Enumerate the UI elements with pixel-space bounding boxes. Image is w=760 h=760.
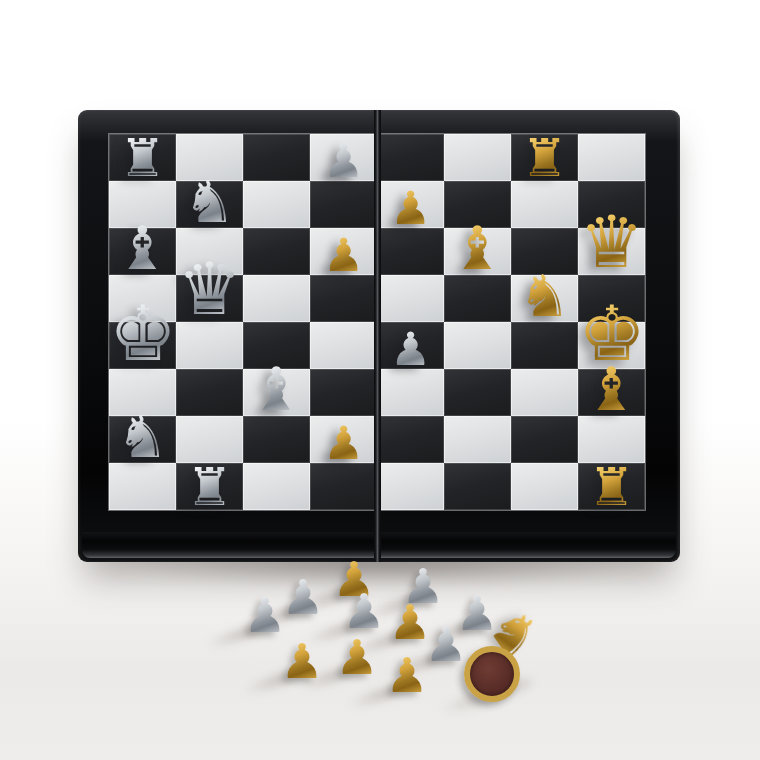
felt-base bbox=[464, 646, 520, 702]
loose-piece-silver-pawn-1[interactable]: ♟ bbox=[232, 591, 298, 639]
loose-piece-gold-knight-lying[interactable]: ♞ bbox=[452, 600, 582, 710]
loose-piece-gold-pawn-9[interactable]: ♟ bbox=[269, 637, 335, 685]
product-photo-scene: 8877665544332211hhggffeeddccbbaa ♜♞♝♛♚♝♞… bbox=[0, 0, 760, 760]
loose-piece-gold-pawn-11[interactable]: ♟ bbox=[374, 651, 440, 699]
captured-pieces-tray: ♟♟♟♟♟♟♟♟♟♟♟♞ bbox=[0, 0, 760, 760]
